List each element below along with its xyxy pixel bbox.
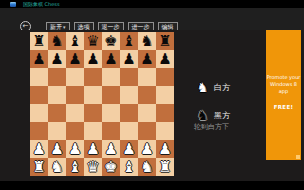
black-piece-b[interactable]: ♝ — [120, 32, 138, 50]
white-piece-p[interactable]: ♟ — [48, 140, 66, 158]
board-square-g2[interactable]: ♟ — [138, 140, 156, 158]
player-white-label: 白方 — [214, 83, 230, 93]
black-piece-p[interactable]: ♟ — [102, 50, 120, 68]
title-bar: 国际象棋 Chess — [0, 0, 304, 8]
white-piece-b[interactable]: ♝ — [66, 158, 84, 176]
board-square-c4[interactable] — [66, 104, 84, 122]
ad-text-line2: Windows 8 app — [266, 81, 301, 95]
board-square-c3[interactable] — [66, 122, 84, 140]
ad-free-label: FREE! — [266, 104, 301, 110]
board-square-b5[interactable] — [48, 86, 66, 104]
board-square-e6[interactable] — [102, 68, 120, 86]
black-piece-p[interactable]: ♟ — [138, 50, 156, 68]
board-square-d3[interactable] — [84, 122, 102, 140]
black-piece-k[interactable]: ♚ — [102, 32, 120, 50]
white-piece-p[interactable]: ♟ — [102, 140, 120, 158]
board-square-g8[interactable]: ♞ — [138, 32, 156, 50]
board-square-f7[interactable]: ♟ — [120, 50, 138, 68]
board-square-h1[interactable]: ♜ — [156, 158, 174, 176]
board-square-e2[interactable]: ♟ — [102, 140, 120, 158]
board-square-g5[interactable] — [138, 86, 156, 104]
board-square-e4[interactable] — [102, 104, 120, 122]
board-square-g4[interactable] — [138, 104, 156, 122]
back-arrow-icon: ← — [23, 22, 29, 30]
app-icon — [10, 2, 16, 7]
board-square-d4[interactable] — [84, 104, 102, 122]
board-square-f6[interactable] — [120, 68, 138, 86]
board-square-e7[interactable]: ♟ — [102, 50, 120, 68]
board-square-a3[interactable] — [30, 122, 48, 140]
white-piece-b[interactable]: ♝ — [120, 158, 138, 176]
board-square-c1[interactable]: ♝ — [66, 158, 84, 176]
board-square-g7[interactable]: ♟ — [138, 50, 156, 68]
black-piece-r[interactable]: ♜ — [156, 32, 174, 50]
board-square-h6[interactable] — [156, 68, 174, 86]
board-square-h7[interactable]: ♟ — [156, 50, 174, 68]
board-square-b1[interactable]: ♞ — [48, 158, 66, 176]
white-piece-k[interactable]: ♚ — [102, 158, 120, 176]
board-square-g6[interactable] — [138, 68, 156, 86]
white-piece-p[interactable]: ♟ — [138, 140, 156, 158]
board-square-b3[interactable] — [48, 122, 66, 140]
chess-board: ♜♞♝♛♚♝♞♜♟♟♟♟♟♟♟♟♟♟♟♟♟♟♟♟♜♞♝♛♚♝♞♜ — [30, 32, 174, 176]
board-square-d7[interactable]: ♟ — [84, 50, 102, 68]
board-square-c7[interactable]: ♟ — [66, 50, 84, 68]
board-square-h8[interactable]: ♜ — [156, 32, 174, 50]
board-square-h4[interactable] — [156, 104, 174, 122]
board-square-e5[interactable] — [102, 86, 120, 104]
app-bar: ← 新开▾选项退一步进一步编辑 — [0, 8, 304, 30]
board-square-d2[interactable]: ♟ — [84, 140, 102, 158]
black-piece-p[interactable]: ♟ — [30, 50, 48, 68]
white-piece-r[interactable]: ♜ — [30, 158, 48, 176]
ad-banner[interactable]: Promote your Windows 8 app FREE! — [266, 30, 301, 160]
board-square-h3[interactable] — [156, 122, 174, 140]
player-row-black: ♞ 黑方 — [195, 108, 230, 123]
white-piece-q[interactable]: ♛ — [84, 158, 102, 176]
player-black-label: 黑方 — [214, 111, 230, 121]
board-square-h2[interactable]: ♟ — [156, 140, 174, 158]
main-content: ♜♞♝♛♚♝♞♜♟♟♟♟♟♟♟♟♟♟♟♟♟♟♟♟♜♞♝♛♚♝♞♜ ♞ 白方 ♞ … — [0, 30, 304, 181]
board-square-e3[interactable] — [102, 122, 120, 140]
board-square-a8[interactable]: ♜ — [30, 32, 48, 50]
black-piece-p[interactable]: ♟ — [48, 50, 66, 68]
board-square-e1[interactable]: ♚ — [102, 158, 120, 176]
board-square-b7[interactable]: ♟ — [48, 50, 66, 68]
black-piece-n[interactable]: ♞ — [138, 32, 156, 50]
board-square-e8[interactable]: ♚ — [102, 32, 120, 50]
black-piece-q[interactable]: ♛ — [84, 32, 102, 50]
white-piece-p[interactable]: ♟ — [66, 140, 84, 158]
white-piece-p[interactable]: ♟ — [84, 140, 102, 158]
board-square-f4[interactable] — [120, 104, 138, 122]
board-square-d5[interactable] — [84, 86, 102, 104]
board-square-c6[interactable] — [66, 68, 84, 86]
white-piece-n[interactable]: ♞ — [138, 158, 156, 176]
board-square-c5[interactable] — [66, 86, 84, 104]
board-square-a7[interactable]: ♟ — [30, 50, 48, 68]
board-square-a4[interactable] — [30, 104, 48, 122]
board-square-c8[interactable]: ♝ — [66, 32, 84, 50]
black-piece-r[interactable]: ♜ — [30, 32, 48, 50]
board-square-f3[interactable] — [120, 122, 138, 140]
board-square-f8[interactable]: ♝ — [120, 32, 138, 50]
turn-status: 轮到白方下 — [194, 123, 229, 132]
white-piece-r[interactable]: ♜ — [156, 158, 174, 176]
board-square-a5[interactable] — [30, 86, 48, 104]
board-square-g3[interactable] — [138, 122, 156, 140]
white-piece-p[interactable]: ♟ — [30, 140, 48, 158]
black-piece-p[interactable]: ♟ — [66, 50, 84, 68]
board-square-b2[interactable]: ♟ — [48, 140, 66, 158]
white-knight-icon: ♞ — [195, 80, 210, 95]
black-piece-p[interactable]: ♟ — [156, 50, 174, 68]
board-square-d1[interactable]: ♛ — [84, 158, 102, 176]
board-square-d8[interactable]: ♛ — [84, 32, 102, 50]
board-square-b8[interactable]: ♞ — [48, 32, 66, 50]
black-piece-n[interactable]: ♞ — [48, 32, 66, 50]
board-square-g1[interactable]: ♞ — [138, 158, 156, 176]
board-square-b4[interactable] — [48, 104, 66, 122]
board-square-f5[interactable] — [120, 86, 138, 104]
black-piece-p[interactable]: ♟ — [120, 50, 138, 68]
board-square-f2[interactable]: ♟ — [120, 140, 138, 158]
board-square-f1[interactable]: ♝ — [120, 158, 138, 176]
window-title: 国际象棋 Chess — [23, 1, 60, 7]
black-knight-icon: ♞ — [195, 108, 210, 123]
black-piece-p[interactable]: ♟ — [84, 50, 102, 68]
board-square-h5[interactable] — [156, 86, 174, 104]
adduplex-corner-icon — [296, 155, 300, 159]
white-piece-p[interactable]: ♟ — [156, 140, 174, 158]
white-piece-n[interactable]: ♞ — [48, 158, 66, 176]
board-square-d6[interactable] — [84, 68, 102, 86]
app-window: 国际象棋 Chess ← 新开▾选项退一步进一步编辑 ♜♞♝♛♚♝♞♜♟♟♟♟♟… — [0, 0, 304, 190]
board-square-c2[interactable]: ♟ — [66, 140, 84, 158]
board-square-a6[interactable] — [30, 68, 48, 86]
board-square-a1[interactable]: ♜ — [30, 158, 48, 176]
letterbox-bottom — [0, 181, 304, 190]
board-square-a2[interactable]: ♟ — [30, 140, 48, 158]
board-square-b6[interactable] — [48, 68, 66, 86]
black-piece-b[interactable]: ♝ — [66, 32, 84, 50]
ad-text-line1: Promote your — [266, 74, 301, 81]
white-piece-p[interactable]: ♟ — [120, 140, 138, 158]
player-row-white: ♞ 白方 — [195, 80, 230, 95]
